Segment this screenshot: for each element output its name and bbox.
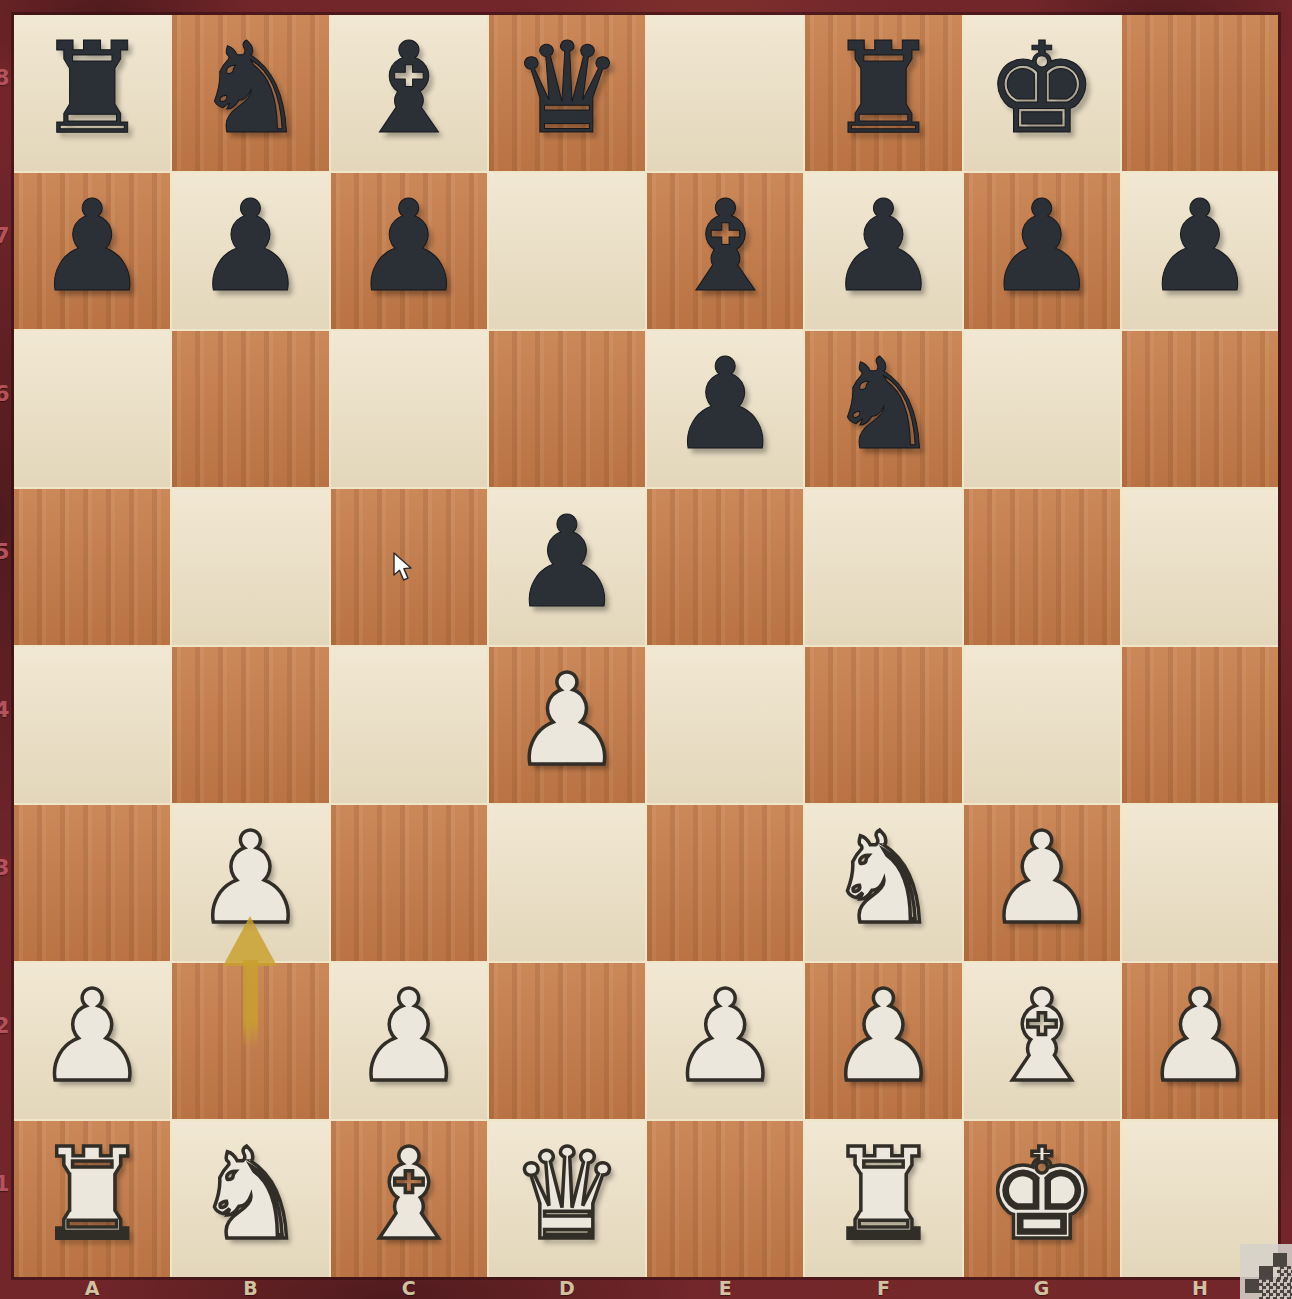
white-pawn[interactable]: ♟ [352, 974, 465, 1100]
square-d2[interactable] [489, 963, 645, 1119]
square-b8[interactable]: ♞ [172, 15, 328, 171]
square-e7[interactable]: ♝ [647, 173, 803, 329]
square-a6[interactable] [14, 331, 170, 487]
square-h3[interactable] [1122, 805, 1278, 961]
square-g4[interactable] [964, 647, 1120, 803]
square-g2[interactable]: ♝ [964, 963, 1120, 1119]
square-b2[interactable] [172, 963, 328, 1119]
square-f4[interactable] [805, 647, 961, 803]
file-label-b: B [230, 1279, 270, 1298]
rank-label-5: 5 [0, 541, 12, 563]
white-bishop[interactable]: ♝ [352, 1132, 465, 1258]
square-b5[interactable] [172, 489, 328, 645]
square-b4[interactable] [172, 647, 328, 803]
square-f2[interactable]: ♟ [805, 963, 961, 1119]
square-h7[interactable]: ♟ [1122, 173, 1278, 329]
rank-label-7: 7 [0, 225, 12, 247]
square-e8[interactable] [647, 15, 803, 171]
file-label-f: F [863, 1279, 903, 1298]
black-pawn[interactable]: ♟ [194, 184, 307, 310]
white-pawn[interactable]: ♟ [36, 974, 149, 1100]
square-c6[interactable] [331, 331, 487, 487]
square-c8[interactable]: ♝ [331, 15, 487, 171]
file-label-c: C [389, 1279, 429, 1298]
checkerboard-watermark-icon [1240, 1244, 1292, 1299]
black-pawn[interactable]: ♟ [1143, 184, 1256, 310]
white-pawn[interactable]: ♟ [985, 816, 1098, 942]
rank-label-2: 2 [0, 1015, 12, 1037]
square-c2[interactable]: ♟ [331, 963, 487, 1119]
white-king[interactable]: ♚ [985, 1132, 1098, 1258]
square-h6[interactable] [1122, 331, 1278, 487]
square-d4[interactable]: ♟ [489, 647, 645, 803]
square-f8[interactable]: ♜ [805, 15, 961, 171]
square-d5[interactable]: ♟ [489, 489, 645, 645]
square-a4[interactable] [14, 647, 170, 803]
black-bishop[interactable]: ♝ [669, 184, 782, 310]
square-a2[interactable]: ♟ [14, 963, 170, 1119]
rank-label-4: 4 [0, 699, 12, 721]
square-f3[interactable]: ♞ [805, 805, 961, 961]
black-pawn[interactable]: ♟ [352, 184, 465, 310]
square-f1[interactable]: ♜ [805, 1121, 961, 1277]
square-d7[interactable] [489, 173, 645, 329]
black-knight[interactable]: ♞ [194, 26, 307, 152]
black-bishop[interactable]: ♝ [352, 26, 465, 152]
black-pawn[interactable]: ♟ [36, 184, 149, 310]
file-label-a: A [72, 1279, 112, 1298]
white-queen[interactable]: ♛ [510, 1132, 623, 1258]
black-pawn[interactable]: ♟ [985, 184, 1098, 310]
square-a3[interactable] [14, 805, 170, 961]
square-e1[interactable] [647, 1121, 803, 1277]
black-pawn[interactable]: ♟ [510, 500, 623, 626]
square-f5[interactable] [805, 489, 961, 645]
rank-label-3: 3 [0, 857, 12, 879]
black-pawn[interactable]: ♟ [669, 342, 782, 468]
rank-label-1: 1 [0, 1173, 12, 1195]
square-b1[interactable]: ♞ [172, 1121, 328, 1277]
square-g7[interactable]: ♟ [964, 173, 1120, 329]
black-rook[interactable]: ♜ [36, 26, 149, 152]
mouse-cursor-icon [393, 552, 417, 584]
square-d8[interactable]: ♛ [489, 15, 645, 171]
square-c7[interactable]: ♟ [331, 173, 487, 329]
square-h8[interactable] [1122, 15, 1278, 171]
black-rook[interactable]: ♜ [827, 26, 940, 152]
square-b3[interactable]: ♟ [172, 805, 328, 961]
square-e6[interactable]: ♟ [647, 331, 803, 487]
square-d1[interactable]: ♛ [489, 1121, 645, 1277]
rank-label-6: 6 [0, 383, 12, 405]
square-d3[interactable] [489, 805, 645, 961]
file-label-e: E [705, 1279, 745, 1298]
white-pawn[interactable]: ♟ [827, 974, 940, 1100]
black-knight[interactable]: ♞ [827, 342, 940, 468]
chess-board: ♜♞♝♛♜♚♟♟♟♝♟♟♟♟♞♟♟♟♞♟♟♟♟♟♝♟♜♞♝♛♜♚ [14, 15, 1278, 1277]
square-c1[interactable]: ♝ [331, 1121, 487, 1277]
square-a8[interactable]: ♜ [14, 15, 170, 171]
white-pawn[interactable]: ♟ [1143, 974, 1256, 1100]
square-b7[interactable]: ♟ [172, 173, 328, 329]
white-pawn[interactable]: ♟ [510, 658, 623, 784]
black-queen[interactable]: ♛ [510, 26, 623, 152]
square-a7[interactable]: ♟ [14, 173, 170, 329]
file-label-h: H [1180, 1279, 1220, 1298]
square-e4[interactable] [647, 647, 803, 803]
square-h5[interactable] [1122, 489, 1278, 645]
rank-label-8: 8 [0, 67, 12, 89]
square-f6[interactable]: ♞ [805, 331, 961, 487]
square-c4[interactable] [331, 647, 487, 803]
square-a5[interactable] [14, 489, 170, 645]
black-king[interactable]: ♚ [985, 26, 1098, 152]
white-pawn[interactable]: ♟ [669, 974, 782, 1100]
square-h4[interactable] [1122, 647, 1278, 803]
square-b6[interactable] [172, 331, 328, 487]
square-a1[interactable]: ♜ [14, 1121, 170, 1277]
square-e5[interactable] [647, 489, 803, 645]
square-g3[interactable]: ♟ [964, 805, 1120, 961]
white-rook[interactable]: ♜ [827, 1132, 940, 1258]
square-f7[interactable]: ♟ [805, 173, 961, 329]
white-knight[interactable]: ♞ [827, 816, 940, 942]
square-h2[interactable]: ♟ [1122, 963, 1278, 1119]
file-label-d: D [547, 1279, 587, 1298]
square-e2[interactable]: ♟ [647, 963, 803, 1119]
square-d6[interactable] [489, 331, 645, 487]
square-e3[interactable] [647, 805, 803, 961]
black-pawn[interactable]: ♟ [827, 184, 940, 310]
file-label-g: G [1022, 1279, 1062, 1298]
white-bishop[interactable]: ♝ [985, 974, 1098, 1100]
white-rook[interactable]: ♜ [36, 1132, 149, 1258]
square-g1[interactable]: ♚ [964, 1121, 1120, 1277]
square-g6[interactable] [964, 331, 1120, 487]
square-g5[interactable] [964, 489, 1120, 645]
square-c3[interactable] [331, 805, 487, 961]
white-knight[interactable]: ♞ [194, 1132, 307, 1258]
white-pawn[interactable]: ♟ [194, 816, 307, 942]
square-g8[interactable]: ♚ [964, 15, 1120, 171]
